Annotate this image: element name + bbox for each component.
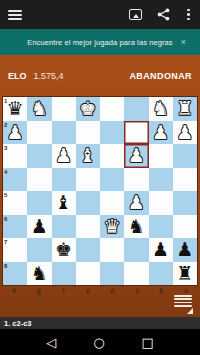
piece-white-pawn-f3[interactable]: ♟ bbox=[55, 146, 72, 165]
square-h1[interactable]: ♛1 bbox=[3, 97, 27, 121]
square-g7[interactable] bbox=[27, 238, 51, 262]
file-labels: hgfedcba bbox=[2, 286, 198, 295]
square-a1[interactable]: ♜ bbox=[173, 97, 197, 121]
piece-black-pawn-g6[interactable]: ♟ bbox=[31, 217, 48, 236]
piece-white-knight-b1[interactable]: ♞ bbox=[152, 99, 169, 118]
square-c5[interactable]: ♟ bbox=[124, 191, 148, 215]
rank-label-1: 1 bbox=[4, 98, 7, 104]
square-f7[interactable]: ♚ bbox=[52, 238, 76, 262]
square-e4[interactable] bbox=[76, 168, 100, 192]
square-e3[interactable]: ♝ bbox=[76, 144, 100, 168]
square-f4[interactable] bbox=[52, 168, 76, 192]
rank-label-7: 7 bbox=[4, 239, 7, 245]
elo-label: ELO bbox=[8, 71, 27, 81]
square-d4[interactable] bbox=[100, 168, 124, 192]
square-b4[interactable] bbox=[149, 168, 173, 192]
piece-black-king-f7[interactable]: ♚ bbox=[55, 240, 72, 259]
piece-white-knight-g1[interactable]: ♞ bbox=[31, 99, 48, 118]
piece-black-bishop-f5[interactable]: ♝ bbox=[55, 193, 72, 212]
square-c6[interactable]: ♞ bbox=[124, 215, 148, 239]
rank-label-5: 5 bbox=[4, 192, 7, 198]
square-d2[interactable] bbox=[100, 121, 124, 145]
square-b2[interactable]: ♟ bbox=[149, 121, 173, 145]
square-g3[interactable] bbox=[27, 144, 51, 168]
square-a3[interactable] bbox=[173, 144, 197, 168]
square-e2[interactable] bbox=[76, 121, 100, 145]
overflow-menu-icon[interactable] bbox=[185, 8, 192, 22]
square-a7[interactable]: ♟ bbox=[173, 238, 197, 262]
piece-white-pawn-b2[interactable]: ♟ bbox=[152, 123, 169, 142]
app-bar bbox=[0, 0, 200, 29]
chess-board: ♛1♞♚♞♜♟2♟♟3♟♝♟45♝♟6♟♛♞7♚♟♟8♞♜ bbox=[2, 96, 198, 286]
square-h3[interactable]: 3 bbox=[3, 144, 27, 168]
android-nav-bar: ◁ ○ □ bbox=[0, 329, 200, 355]
move-text: 1. c2-c3 bbox=[4, 319, 32, 328]
square-d6[interactable]: ♛ bbox=[100, 215, 124, 239]
square-a5[interactable] bbox=[173, 191, 197, 215]
file-label-e: e bbox=[76, 286, 101, 295]
square-c3[interactable]: ♟ bbox=[124, 144, 148, 168]
square-b6[interactable] bbox=[149, 215, 173, 239]
rank-label-3: 3 bbox=[4, 145, 7, 151]
rank-label-8: 8 bbox=[4, 263, 7, 269]
move-list-icon[interactable] bbox=[174, 295, 192, 311]
square-c7[interactable] bbox=[124, 238, 148, 262]
square-b5[interactable] bbox=[149, 191, 173, 215]
square-f8[interactable] bbox=[52, 262, 76, 286]
piece-white-queen-d6[interactable]: ♛ bbox=[104, 217, 121, 236]
square-e8[interactable] bbox=[76, 262, 100, 286]
rank-label-4: 4 bbox=[4, 169, 7, 175]
square-f2[interactable] bbox=[52, 121, 76, 145]
square-g8[interactable]: ♞ bbox=[27, 262, 51, 286]
hint-banner: Encuentre el mejor jugada para las negra… bbox=[0, 29, 200, 55]
rank-label-6: 6 bbox=[4, 216, 7, 222]
piece-white-pawn-a2[interactable]: ♟ bbox=[176, 123, 193, 142]
piece-black-pawn-a7[interactable]: ♟ bbox=[176, 240, 193, 259]
square-h5[interactable]: 5 bbox=[3, 191, 27, 215]
move-list-bar: 1. c2-c3 bbox=[0, 317, 200, 329]
square-b7[interactable]: ♟ bbox=[149, 238, 173, 262]
file-label-f: f bbox=[51, 286, 76, 295]
square-f5[interactable]: ♝ bbox=[52, 191, 76, 215]
square-a8[interactable]: ♜ bbox=[173, 262, 197, 286]
square-f3[interactable]: ♟ bbox=[52, 144, 76, 168]
square-b1[interactable]: ♞ bbox=[149, 97, 173, 121]
square-d3[interactable] bbox=[100, 144, 124, 168]
square-h7[interactable]: 7 bbox=[3, 238, 27, 262]
square-c2[interactable] bbox=[124, 121, 148, 145]
square-d1[interactable] bbox=[100, 97, 124, 121]
square-b3[interactable] bbox=[149, 144, 173, 168]
present-board-icon[interactable] bbox=[129, 9, 142, 20]
piece-white-rook-a1[interactable]: ♜ bbox=[176, 99, 193, 118]
square-e5[interactable] bbox=[76, 191, 100, 215]
nav-recents-icon[interactable]: □ bbox=[142, 336, 154, 349]
file-label-h: h bbox=[2, 286, 27, 295]
elo-value: 1.575,4 bbox=[34, 71, 64, 81]
piece-white-pawn-c5[interactable]: ♟ bbox=[128, 193, 145, 212]
square-g1[interactable]: ♞ bbox=[27, 97, 51, 121]
share-icon[interactable] bbox=[157, 8, 170, 21]
square-e6[interactable] bbox=[76, 215, 100, 239]
piece-white-pawn-h2[interactable]: ♟ bbox=[7, 123, 24, 142]
file-label-a: a bbox=[174, 286, 199, 295]
square-c8[interactable] bbox=[124, 262, 148, 286]
square-e7[interactable] bbox=[76, 238, 100, 262]
square-a6[interactable] bbox=[173, 215, 197, 239]
board-area: ♛1♞♚♞♜♟2♟♟3♟♝♟45♝♟6♟♛♞7♚♟♟8♞♜ hgfedcba bbox=[2, 96, 198, 295]
square-b8[interactable] bbox=[149, 262, 173, 286]
square-f6[interactable] bbox=[52, 215, 76, 239]
nav-home-icon[interactable]: ○ bbox=[93, 336, 104, 349]
square-h2[interactable]: ♟2 bbox=[3, 121, 27, 145]
file-label-c: c bbox=[125, 286, 150, 295]
square-d7[interactable] bbox=[100, 238, 124, 262]
square-d8[interactable] bbox=[100, 262, 124, 286]
piece-black-rook-a8[interactable]: ♜ bbox=[176, 264, 193, 283]
piece-white-bishop-e3[interactable]: ♝ bbox=[79, 146, 96, 165]
square-c1[interactable] bbox=[124, 97, 148, 121]
banner-close-icon[interactable]: × bbox=[181, 38, 186, 47]
square-d5[interactable] bbox=[100, 191, 124, 215]
square-h8[interactable]: 8 bbox=[3, 262, 27, 286]
nav-back-icon[interactable]: ◁ bbox=[46, 336, 56, 349]
status-row: ELO 1.575,4 ABANDONAR bbox=[0, 55, 200, 97]
square-g6[interactable]: ♟ bbox=[27, 215, 51, 239]
chess-app-screen: Encuentre el mejor jugada para las negra… bbox=[0, 0, 200, 355]
piece-black-pawn-b7[interactable]: ♟ bbox=[152, 240, 169, 259]
file-label-g: g bbox=[27, 286, 52, 295]
rank-label-2: 2 bbox=[4, 122, 7, 128]
square-f1[interactable] bbox=[52, 97, 76, 121]
square-h6[interactable]: 6 bbox=[3, 215, 27, 239]
square-a4[interactable] bbox=[173, 168, 197, 192]
square-a2[interactable]: ♟ bbox=[173, 121, 197, 145]
menu-icon[interactable] bbox=[8, 10, 22, 20]
square-g5[interactable] bbox=[27, 191, 51, 215]
piece-black-knight-g8[interactable]: ♞ bbox=[31, 264, 48, 283]
file-label-b: b bbox=[149, 286, 174, 295]
file-label-d: d bbox=[100, 286, 125, 295]
square-h4[interactable]: 4 bbox=[3, 168, 27, 192]
app-bar-actions bbox=[129, 8, 192, 22]
square-e1[interactable]: ♚ bbox=[76, 97, 100, 121]
piece-black-knight-c6[interactable]: ♞ bbox=[128, 217, 145, 236]
piece-white-pawn-c3[interactable]: ♟ bbox=[128, 146, 145, 165]
piece-black-queen-h1[interactable]: ♛ bbox=[7, 99, 24, 118]
square-g4[interactable] bbox=[27, 168, 51, 192]
hint-banner-text: Encuentre el mejor jugada para las negra… bbox=[27, 38, 172, 47]
piece-white-king-e1[interactable]: ♚ bbox=[79, 99, 96, 118]
square-c4[interactable] bbox=[124, 168, 148, 192]
abandon-button[interactable]: ABANDONAR bbox=[129, 71, 192, 81]
square-g2[interactable] bbox=[27, 121, 51, 145]
